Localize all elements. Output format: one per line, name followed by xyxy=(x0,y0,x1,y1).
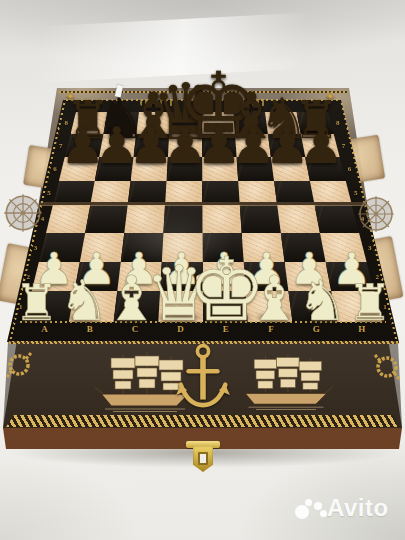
avito-logo-dot xyxy=(295,505,309,519)
avito-logo-dot xyxy=(305,499,312,506)
avito-watermark: Avito xyxy=(293,492,397,528)
pieces-layer: ♜♞♝♛♚♝♞♜♟♟♟♟♟♟♟♟♟♟♟♟♟♟♟♟♜♞♝♛♚♝♞♜ xyxy=(0,0,405,540)
avito-logo-dot xyxy=(314,502,322,510)
photo-stage: ◈ ◈ xyxy=(0,0,405,540)
piece-white-rook-a1[interactable]: ♜ xyxy=(11,278,61,328)
piece-white-knight-g1[interactable]: ♞ xyxy=(294,273,350,329)
avito-logo-dot xyxy=(320,510,327,517)
piece-white-rook-h1[interactable]: ♜ xyxy=(345,278,395,328)
avito-logo-text: Avito xyxy=(327,494,389,522)
piece-black-pawn-h7[interactable]: ♟ xyxy=(297,121,347,171)
